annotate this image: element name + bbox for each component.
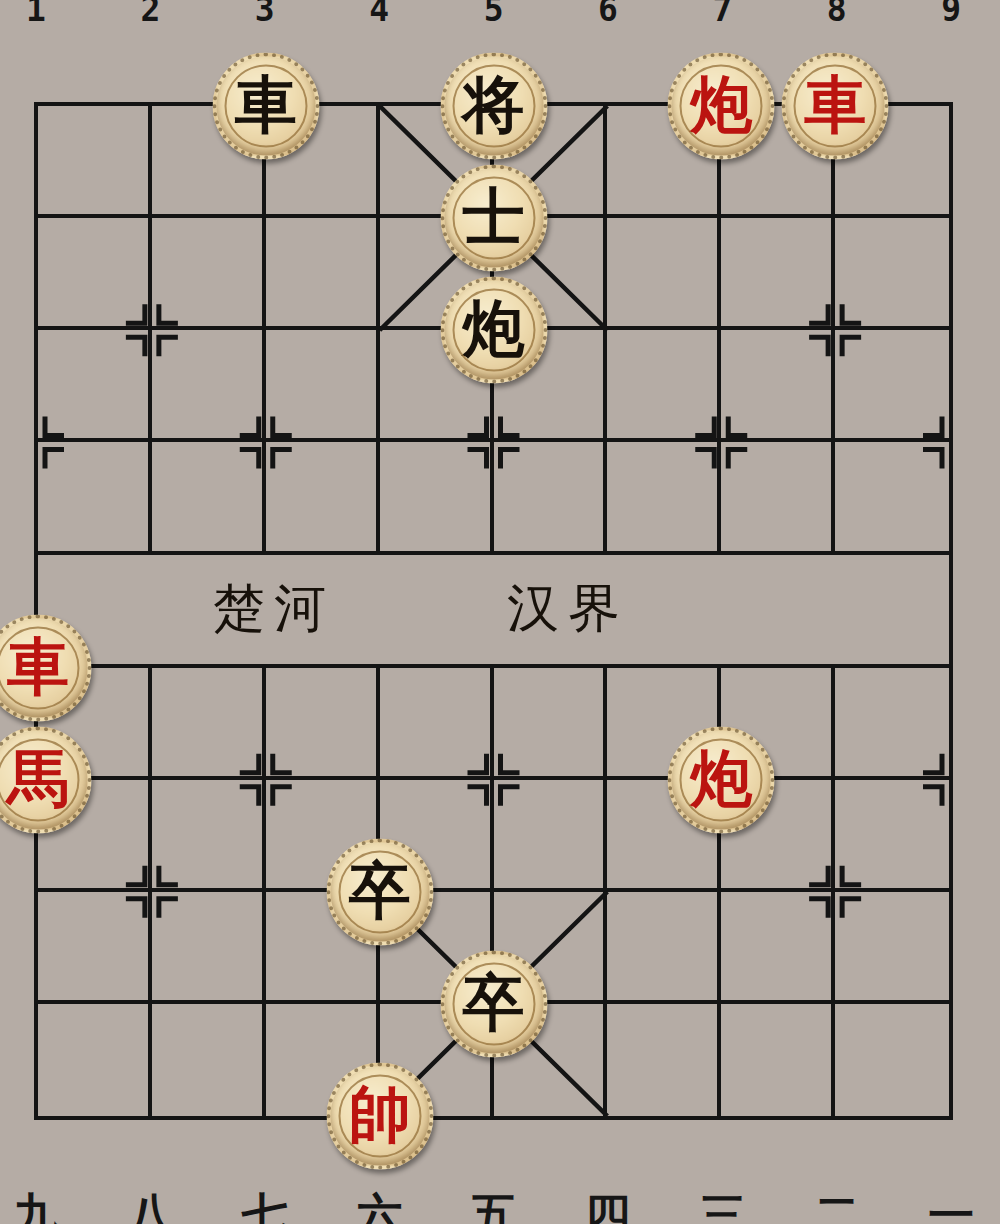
top-file-label: 4 <box>369 0 389 29</box>
piece-black-soldier[interactable]: 卒 <box>326 838 433 945</box>
top-file-label: 5 <box>484 0 504 29</box>
top-file-label: 6 <box>598 0 618 29</box>
piece-glyph: 車 <box>235 74 297 136</box>
bottom-file-label: 一 <box>928 1185 974 1224</box>
top-file-label: 2 <box>140 0 160 29</box>
piece-red-chariot[interactable]: 車 <box>782 53 889 160</box>
piece-glyph: 士 <box>463 186 525 248</box>
piece-black-advisor[interactable]: 士 <box>440 165 547 272</box>
bottom-file-label: 八 <box>127 1185 173 1224</box>
bottom-file-label: 六 <box>356 1185 402 1224</box>
piece-black-cannon[interactable]: 炮 <box>440 277 547 384</box>
top-file-label: 7 <box>712 0 732 29</box>
top-file-label: 3 <box>255 0 275 29</box>
piece-red-cannon[interactable]: 炮 <box>668 726 775 833</box>
piece-red-chariot[interactable]: 車 <box>0 614 92 721</box>
piece-glyph: 卒 <box>349 859 411 921</box>
piece-glyph: 卒 <box>463 971 525 1033</box>
bottom-file-label: 二 <box>814 1185 860 1224</box>
bottom-file-label: 四 <box>585 1185 631 1224</box>
top-file-label: 1 <box>26 0 46 29</box>
piece-red-cannon[interactable]: 炮 <box>668 53 775 160</box>
bottom-file-label: 五 <box>471 1185 517 1224</box>
bottom-file-label: 三 <box>699 1185 745 1224</box>
bottom-file-label: 七 <box>242 1185 288 1224</box>
piece-black-general[interactable]: 将 <box>440 53 547 160</box>
piece-glyph: 車 <box>7 635 69 697</box>
bottom-file-label: 九 <box>13 1185 59 1224</box>
piece-red-horse[interactable]: 馬 <box>0 726 92 833</box>
top-file-label: 8 <box>827 0 847 29</box>
piece-glyph: 車 <box>804 74 866 136</box>
piece-glyph: 炮 <box>690 74 752 136</box>
xiangqi-screen: 123456789 楚河汉界 車将炮車士炮車馬炮卒卒帥 九八七六五四三二一 <box>0 0 1000 1224</box>
piece-glyph: 炮 <box>463 298 525 360</box>
piece-glyph: 炮 <box>690 747 752 809</box>
piece-black-soldier[interactable]: 卒 <box>440 950 547 1057</box>
pieces-layer: 車将炮車士炮車馬炮卒卒帥 <box>38 106 949 1116</box>
piece-glyph: 将 <box>463 74 525 136</box>
piece-glyph: 馬 <box>7 747 69 809</box>
piece-red-general[interactable]: 帥 <box>326 1063 433 1170</box>
top-file-label: 9 <box>941 0 961 29</box>
piece-black-chariot[interactable]: 車 <box>212 53 319 160</box>
xiangqi-board[interactable]: 楚河汉界 車将炮車士炮車馬炮卒卒帥 <box>34 102 953 1120</box>
piece-glyph: 帥 <box>349 1084 411 1146</box>
